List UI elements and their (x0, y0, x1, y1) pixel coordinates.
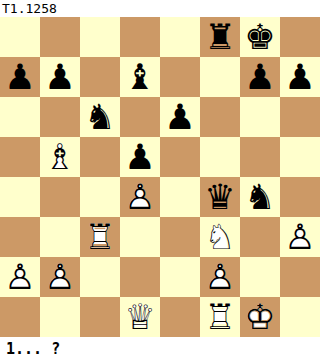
square-d3[interactable] (120, 217, 160, 257)
square-d4[interactable]: ♟♙ (120, 177, 160, 217)
square-g6[interactable] (240, 97, 280, 137)
square-d6[interactable] (120, 97, 160, 137)
piece-black-knight[interactable]: ♞ (80, 97, 120, 137)
piece-black-pawn[interactable]: ♟ (280, 57, 320, 97)
piece-white-bishop[interactable]: ♗ (40, 137, 80, 177)
square-f1[interactable]: ♜♖ (200, 297, 240, 337)
square-f5[interactable] (200, 137, 240, 177)
piece-black-pawn[interactable]: ♟ (120, 137, 160, 177)
square-h8[interactable] (280, 17, 320, 57)
square-g7[interactable]: ♟ (240, 57, 280, 97)
piece-black-bishop[interactable]: ♝ (120, 57, 160, 97)
square-d2[interactable] (120, 257, 160, 297)
square-a8[interactable] (0, 17, 40, 57)
piece-black-pawn[interactable]: ♟ (160, 97, 200, 137)
piece-white-queen[interactable]: ♕ (120, 297, 160, 337)
square-d1[interactable]: ♛♕ (120, 297, 160, 337)
square-c4[interactable] (80, 177, 120, 217)
square-h6[interactable] (280, 97, 320, 137)
square-h3[interactable]: ♟♙ (280, 217, 320, 257)
square-d8[interactable] (120, 17, 160, 57)
square-g5[interactable] (240, 137, 280, 177)
square-h7[interactable]: ♟ (280, 57, 320, 97)
square-b2[interactable]: ♟♙ (40, 257, 80, 297)
piece-black-knight[interactable]: ♞ (240, 177, 280, 217)
piece-white-rook[interactable]: ♖ (80, 217, 120, 257)
square-c6[interactable]: ♞ (80, 97, 120, 137)
square-d7[interactable]: ♝ (120, 57, 160, 97)
square-g2[interactable] (240, 257, 280, 297)
square-g1[interactable]: ♚♔ (240, 297, 280, 337)
square-e4[interactable] (160, 177, 200, 217)
square-h4[interactable] (280, 177, 320, 217)
square-h5[interactable] (280, 137, 320, 177)
square-f2[interactable]: ♟♙ (200, 257, 240, 297)
square-f7[interactable] (200, 57, 240, 97)
square-f6[interactable] (200, 97, 240, 137)
square-b7[interactable]: ♟ (40, 57, 80, 97)
move-prompt: 1... ? (0, 337, 320, 360)
square-e5[interactable] (160, 137, 200, 177)
puzzle-title: T1.1258 (0, 0, 320, 17)
piece-white-pawn[interactable]: ♙ (200, 257, 240, 297)
square-e1[interactable] (160, 297, 200, 337)
square-h2[interactable] (280, 257, 320, 297)
square-a1[interactable] (0, 297, 40, 337)
square-f4[interactable]: ♛ (200, 177, 240, 217)
piece-black-pawn[interactable]: ♟ (240, 57, 280, 97)
square-f3[interactable]: ♞♘ (200, 217, 240, 257)
square-e7[interactable] (160, 57, 200, 97)
chess-app-window: T1.1258 ♜♚♟♟♝♟♟♞♟♝♗♟♟♙♛♞♜♖♞♘♟♙♟♙♟♙♟♙♛♕♜♖… (0, 0, 320, 360)
square-e2[interactable] (160, 257, 200, 297)
piece-black-queen[interactable]: ♛ (200, 177, 240, 217)
square-a7[interactable]: ♟ (0, 57, 40, 97)
square-g3[interactable] (240, 217, 280, 257)
square-e8[interactable] (160, 17, 200, 57)
piece-white-pawn[interactable]: ♙ (120, 177, 160, 217)
square-c8[interactable] (80, 17, 120, 57)
piece-white-knight[interactable]: ♘ (200, 217, 240, 257)
piece-black-pawn[interactable]: ♟ (40, 57, 80, 97)
square-a5[interactable] (0, 137, 40, 177)
square-b3[interactable] (40, 217, 80, 257)
piece-white-pawn[interactable]: ♙ (0, 257, 40, 297)
piece-white-king[interactable]: ♔ (240, 297, 280, 337)
square-e3[interactable] (160, 217, 200, 257)
square-b8[interactable] (40, 17, 80, 57)
square-c1[interactable] (80, 297, 120, 337)
square-d5[interactable]: ♟ (120, 137, 160, 177)
square-g4[interactable]: ♞ (240, 177, 280, 217)
square-e6[interactable]: ♟ (160, 97, 200, 137)
square-h1[interactable] (280, 297, 320, 337)
piece-black-rook[interactable]: ♜ (200, 17, 240, 57)
square-a2[interactable]: ♟♙ (0, 257, 40, 297)
piece-black-king[interactable]: ♚ (240, 17, 280, 57)
square-b4[interactable] (40, 177, 80, 217)
square-b6[interactable] (40, 97, 80, 137)
square-c2[interactable] (80, 257, 120, 297)
piece-black-pawn[interactable]: ♟ (0, 57, 40, 97)
square-a4[interactable] (0, 177, 40, 217)
square-g8[interactable]: ♚ (240, 17, 280, 57)
square-c5[interactable] (80, 137, 120, 177)
chess-board: ♜♚♟♟♝♟♟♞♟♝♗♟♟♙♛♞♜♖♞♘♟♙♟♙♟♙♟♙♛♕♜♖♚♔ (0, 17, 320, 337)
square-c7[interactable] (80, 57, 120, 97)
square-c3[interactable]: ♜♖ (80, 217, 120, 257)
square-a3[interactable] (0, 217, 40, 257)
square-b5[interactable]: ♝♗ (40, 137, 80, 177)
square-a6[interactable] (0, 97, 40, 137)
square-f8[interactable]: ♜ (200, 17, 240, 57)
square-b1[interactable] (40, 297, 80, 337)
piece-white-pawn[interactable]: ♙ (40, 257, 80, 297)
piece-white-rook[interactable]: ♖ (200, 297, 240, 337)
piece-white-pawn[interactable]: ♙ (280, 217, 320, 257)
